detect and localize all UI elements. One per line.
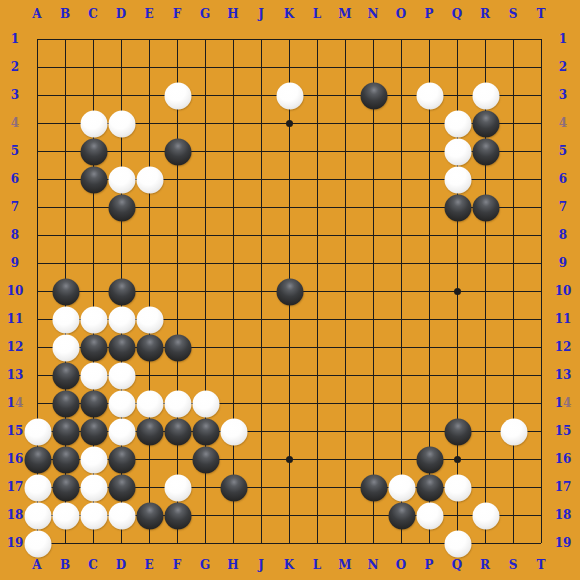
black-stone[interactable] xyxy=(52,474,79,501)
white-stone[interactable] xyxy=(472,82,499,109)
col-label-top: O xyxy=(396,8,406,20)
col-label-top: A xyxy=(32,8,41,20)
col-label-bottom: E xyxy=(144,559,153,571)
star-point xyxy=(454,288,461,295)
row-label-right: 17 xyxy=(555,481,572,493)
white-stone[interactable] xyxy=(108,166,135,193)
black-stone[interactable] xyxy=(192,446,219,473)
col-label-top: R xyxy=(480,8,490,20)
col-label-bottom: R xyxy=(480,559,490,571)
row-label-right: 2 xyxy=(559,61,567,73)
row-label-right: 5 xyxy=(559,145,567,157)
white-stone[interactable] xyxy=(472,502,499,529)
white-stone[interactable] xyxy=(388,474,415,501)
col-label-bottom: F xyxy=(173,559,182,571)
black-stone[interactable] xyxy=(80,334,107,361)
black-stone[interactable] xyxy=(108,334,135,361)
black-stone[interactable] xyxy=(52,362,79,389)
white-stone[interactable] xyxy=(444,530,471,557)
white-stone[interactable] xyxy=(276,82,303,109)
col-label-top: M xyxy=(338,8,351,20)
go-board-app: AABBCCDDEEFFGGHHJJKKLLMMNNOOPPQQRRSSTT11… xyxy=(0,0,580,580)
col-label-top: L xyxy=(313,8,321,20)
col-label-bottom: H xyxy=(227,559,238,571)
black-stone[interactable] xyxy=(164,502,191,529)
row-label-right: 6 xyxy=(559,173,567,185)
white-stone[interactable] xyxy=(416,502,443,529)
white-stone[interactable] xyxy=(108,390,135,417)
row-label-right: 10 xyxy=(555,285,572,297)
white-stone[interactable] xyxy=(52,334,79,361)
col-label-bottom: L xyxy=(313,559,321,571)
white-stone[interactable] xyxy=(24,502,51,529)
black-stone[interactable] xyxy=(444,418,471,445)
black-stone[interactable] xyxy=(444,194,471,221)
black-stone[interactable] xyxy=(52,446,79,473)
row-label-left: 12 xyxy=(7,341,24,353)
star-point xyxy=(286,120,293,127)
white-stone[interactable] xyxy=(444,110,471,137)
white-stone[interactable] xyxy=(24,530,51,557)
col-label-top: B xyxy=(60,8,70,20)
black-stone[interactable] xyxy=(80,418,107,445)
col-label-top: F xyxy=(173,8,182,20)
black-stone[interactable] xyxy=(80,166,107,193)
white-stone[interactable] xyxy=(108,502,135,529)
white-stone[interactable] xyxy=(108,362,135,389)
row-label-left: 1 xyxy=(11,33,19,45)
col-label-bottom: D xyxy=(116,559,126,571)
white-stone[interactable] xyxy=(24,418,51,445)
black-stone[interactable] xyxy=(52,390,79,417)
black-stone[interactable] xyxy=(164,138,191,165)
black-stone[interactable] xyxy=(220,474,247,501)
white-stone[interactable] xyxy=(164,474,191,501)
star-point xyxy=(454,456,461,463)
row-label-left: 17 xyxy=(7,481,24,493)
col-label-top: T xyxy=(537,8,546,20)
col-label-bottom: C xyxy=(88,559,98,571)
col-label-bottom: J xyxy=(258,559,264,571)
white-stone[interactable] xyxy=(24,474,51,501)
white-stone[interactable] xyxy=(192,390,219,417)
black-stone[interactable] xyxy=(136,418,163,445)
row-label-left: 14 xyxy=(7,397,24,409)
col-label-bottom: G xyxy=(200,559,210,571)
row-label-left: 11 xyxy=(7,313,24,325)
white-stone[interactable] xyxy=(80,474,107,501)
black-stone[interactable] xyxy=(192,418,219,445)
white-stone[interactable] xyxy=(136,390,163,417)
row-label-right: 1 xyxy=(559,33,567,45)
black-stone[interactable] xyxy=(108,194,135,221)
white-stone[interactable] xyxy=(220,418,247,445)
row-label-left: 9 xyxy=(11,257,19,269)
black-stone[interactable] xyxy=(24,446,51,473)
black-stone[interactable] xyxy=(136,334,163,361)
black-stone[interactable] xyxy=(276,278,303,305)
black-stone[interactable] xyxy=(360,82,387,109)
white-stone[interactable] xyxy=(136,306,163,333)
row-label-right: 16 xyxy=(555,453,572,465)
black-stone[interactable] xyxy=(164,418,191,445)
row-label-right: 15 xyxy=(555,425,572,437)
col-label-bottom: O xyxy=(396,559,406,571)
white-stone[interactable] xyxy=(164,390,191,417)
row-label-right: 11 xyxy=(555,313,572,325)
row-label-right: 14 xyxy=(555,397,572,409)
col-label-top: K xyxy=(284,8,294,20)
row-label-left: 7 xyxy=(11,201,19,213)
white-stone[interactable] xyxy=(80,502,107,529)
row-label-left: 4 xyxy=(11,117,19,129)
black-stone[interactable] xyxy=(80,138,107,165)
col-label-bottom: K xyxy=(284,559,294,571)
white-stone[interactable] xyxy=(80,446,107,473)
col-label-top: J xyxy=(258,8,264,20)
white-stone[interactable] xyxy=(52,502,79,529)
black-stone[interactable] xyxy=(472,110,499,137)
white-stone[interactable] xyxy=(164,82,191,109)
row-label-left: 18 xyxy=(7,509,24,521)
row-label-left: 13 xyxy=(7,369,24,381)
col-label-bottom: P xyxy=(424,559,433,571)
row-label-left: 16 xyxy=(7,453,24,465)
col-label-top: P xyxy=(424,8,433,20)
row-label-right: 3 xyxy=(559,89,567,101)
white-stone[interactable] xyxy=(80,306,107,333)
col-label-top: Q xyxy=(452,8,462,20)
row-label-right: 8 xyxy=(559,229,567,241)
white-stone[interactable] xyxy=(52,306,79,333)
white-stone[interactable] xyxy=(108,418,135,445)
black-stone[interactable] xyxy=(472,194,499,221)
row-label-right: 19 xyxy=(555,537,572,549)
row-label-right: 4 xyxy=(559,117,567,129)
black-stone[interactable] xyxy=(164,334,191,361)
black-stone[interactable] xyxy=(388,502,415,529)
star-point xyxy=(286,456,293,463)
row-label-left: 8 xyxy=(11,229,19,241)
black-stone[interactable] xyxy=(416,446,443,473)
col-label-bottom: N xyxy=(368,559,379,571)
white-stone[interactable] xyxy=(80,110,107,137)
row-label-left: 6 xyxy=(11,173,19,185)
white-stone[interactable] xyxy=(80,362,107,389)
black-stone[interactable] xyxy=(108,474,135,501)
row-label-left: 10 xyxy=(7,285,24,297)
col-label-bottom: S xyxy=(509,559,518,571)
row-label-left: 15 xyxy=(7,425,24,437)
row-label-right: 18 xyxy=(555,509,572,521)
col-label-bottom: M xyxy=(338,559,351,571)
row-label-left: 3 xyxy=(11,89,19,101)
black-stone[interactable] xyxy=(80,390,107,417)
row-label-left: 5 xyxy=(11,145,19,157)
black-stone[interactable] xyxy=(52,418,79,445)
black-stone[interactable] xyxy=(136,502,163,529)
row-label-right: 9 xyxy=(559,257,567,269)
col-label-bottom: B xyxy=(60,559,70,571)
black-stone[interactable] xyxy=(360,474,387,501)
row-label-left: 2 xyxy=(11,61,19,73)
white-stone[interactable] xyxy=(444,166,471,193)
black-stone[interactable] xyxy=(472,138,499,165)
col-label-top: G xyxy=(200,8,210,20)
col-label-bottom: T xyxy=(537,559,546,571)
white-stone[interactable] xyxy=(108,110,135,137)
col-label-top: C xyxy=(88,8,98,20)
row-label-right: 13 xyxy=(555,369,572,381)
white-stone[interactable] xyxy=(444,138,471,165)
white-stone[interactable] xyxy=(108,306,135,333)
col-label-bottom: Q xyxy=(452,559,462,571)
white-stone[interactable] xyxy=(136,166,163,193)
black-stone[interactable] xyxy=(108,446,135,473)
white-stone[interactable] xyxy=(416,82,443,109)
row-label-right: 7 xyxy=(559,201,567,213)
row-label-left: 19 xyxy=(7,537,24,549)
col-label-top: H xyxy=(227,8,238,20)
col-label-bottom: A xyxy=(32,559,41,571)
white-stone[interactable] xyxy=(444,474,471,501)
col-label-top: E xyxy=(144,8,153,20)
row-label-right: 12 xyxy=(555,341,572,353)
white-stone[interactable] xyxy=(500,418,527,445)
col-label-top: D xyxy=(116,8,126,20)
black-stone[interactable] xyxy=(416,474,443,501)
black-stone[interactable] xyxy=(52,278,79,305)
col-label-top: S xyxy=(509,8,518,20)
black-stone[interactable] xyxy=(108,278,135,305)
col-label-top: N xyxy=(368,8,379,20)
